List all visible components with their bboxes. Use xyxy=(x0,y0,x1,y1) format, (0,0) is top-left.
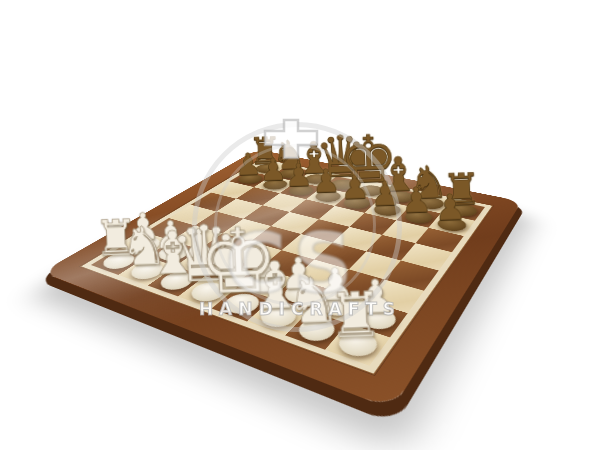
chess-board: ♜♞♝♛♚♝♞♜♟♟♟♟♟♟♟♟♟♟♟♟♟♟♟♟♜♞♝♛♚♝♞♜ xyxy=(41,149,521,409)
white-rook: ♜ xyxy=(300,282,409,347)
black-pawn: ♟ xyxy=(410,188,490,226)
board-grid: ♜♞♝♛♚♝♞♜♟♟♟♟♟♟♟♟♟♟♟♟♟♟♟♟♜♞♝♛♚♝♞♜ xyxy=(91,161,485,366)
chess-set-photo: ♜♞♝♛♚♝♞♜♟♟♟♟♟♟♟♟♟♟♟♟♟♟♟♟♜♞♝♛♚♝♞♜ CS HAND… xyxy=(0,0,600,450)
